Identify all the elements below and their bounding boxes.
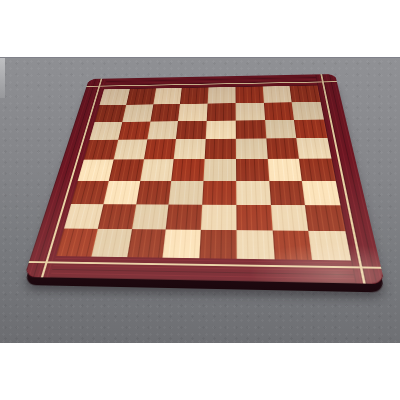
square-f1[interactable]	[236, 230, 274, 259]
square-b3[interactable]	[103, 181, 140, 204]
square-d6[interactable]	[176, 121, 207, 140]
square-c7[interactable]	[150, 104, 180, 121]
square-c4[interactable]	[140, 159, 174, 181]
square-b4[interactable]	[109, 159, 144, 180]
square-d4[interactable]	[171, 159, 204, 181]
square-a5[interactable]	[84, 140, 118, 160]
square-h4[interactable]	[299, 159, 336, 181]
square-g1[interactable]	[272, 231, 312, 260]
square-e4[interactable]	[203, 159, 235, 181]
square-c3[interactable]	[136, 181, 172, 204]
square-e8[interactable]	[208, 87, 236, 103]
playing-field	[56, 85, 351, 260]
square-a4[interactable]	[78, 159, 114, 180]
square-b5[interactable]	[113, 140, 146, 160]
square-e5[interactable]	[205, 139, 236, 159]
square-b1[interactable]	[91, 229, 131, 257]
square-c6[interactable]	[147, 121, 178, 140]
square-h6[interactable]	[294, 119, 327, 138]
square-h1[interactable]	[309, 231, 352, 260]
square-h8[interactable]	[290, 85, 321, 102]
square-b2[interactable]	[97, 204, 135, 230]
surface-edge-highlight	[0, 58, 5, 98]
square-f8[interactable]	[235, 86, 263, 103]
square-c5[interactable]	[143, 139, 176, 159]
square-g4[interactable]	[267, 159, 302, 181]
square-f3[interactable]	[236, 181, 270, 205]
square-g2[interactable]	[270, 205, 308, 231]
square-g3[interactable]	[269, 181, 305, 205]
photo-stage	[0, 0, 400, 400]
square-e7[interactable]	[207, 103, 236, 121]
square-d8[interactable]	[180, 87, 208, 103]
square-c1[interactable]	[127, 229, 166, 257]
square-g8[interactable]	[262, 86, 291, 103]
square-h5[interactable]	[297, 138, 332, 159]
square-a6[interactable]	[89, 122, 122, 140]
square-f4[interactable]	[236, 159, 269, 181]
square-g5[interactable]	[266, 138, 299, 158]
square-f6[interactable]	[236, 120, 266, 139]
square-h2[interactable]	[305, 205, 345, 232]
square-a8[interactable]	[99, 89, 129, 105]
square-d5[interactable]	[174, 139, 206, 159]
square-e1[interactable]	[199, 230, 236, 259]
square-b8[interactable]	[126, 88, 156, 104]
square-h7[interactable]	[292, 102, 324, 120]
square-c2[interactable]	[131, 204, 168, 230]
square-d2[interactable]	[166, 204, 202, 230]
square-f2[interactable]	[236, 204, 272, 230]
square-a7[interactable]	[95, 105, 126, 122]
square-e6[interactable]	[206, 120, 236, 139]
square-g7[interactable]	[263, 102, 294, 120]
square-d1[interactable]	[163, 230, 201, 259]
square-f5[interactable]	[236, 139, 268, 159]
square-g6[interactable]	[265, 120, 297, 139]
square-d3[interactable]	[169, 181, 204, 205]
square-c8[interactable]	[153, 88, 182, 104]
square-b6[interactable]	[118, 121, 150, 140]
square-b7[interactable]	[122, 104, 153, 121]
square-e2[interactable]	[201, 204, 236, 230]
square-f7[interactable]	[235, 103, 264, 121]
square-d7[interactable]	[178, 103, 207, 121]
square-h3[interactable]	[302, 181, 340, 205]
square-e3[interactable]	[202, 181, 236, 205]
